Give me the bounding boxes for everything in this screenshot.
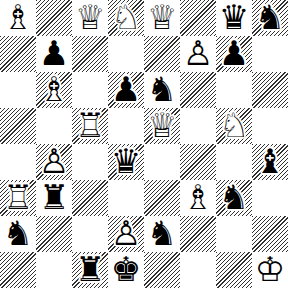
piece-glyph: ♘ [216,107,252,143]
white-knight-icon: ♞♘ [108,0,144,36]
square-f2[interactable] [180,216,216,252]
square-b5[interactable] [36,108,72,144]
piece-glyph: ♖ [72,107,108,143]
black-knight-icon: ♞♞ [144,72,180,108]
square-e1[interactable] [144,252,180,288]
piece-halo: ♛ [72,0,108,35]
piece-halo: ♟ [216,35,252,71]
square-g8[interactable]: ♛♛ [216,0,252,36]
white-pawn-icon: ♟♙ [180,36,216,72]
square-h4[interactable]: ♝♝ [252,144,288,180]
black-bishop-icon: ♝♝ [252,144,288,180]
black-queen-icon: ♛♛ [108,144,144,180]
piece-halo: ♝ [36,71,72,107]
square-a4[interactable] [0,144,36,180]
square-a1[interactable] [0,252,36,288]
piece-halo: ♟ [36,35,72,71]
square-e6[interactable]: ♞♞ [144,72,180,108]
square-h6[interactable] [252,72,288,108]
piece-glyph: ♔ [252,251,288,287]
piece-halo: ♜ [72,107,108,143]
square-a3[interactable]: ♜♖ [0,180,36,216]
piece-halo: ♝ [180,179,216,215]
square-d4[interactable]: ♛♛ [108,144,144,180]
piece-glyph: ♟ [36,35,72,71]
square-d1[interactable]: ♚♚ [108,252,144,288]
piece-halo: ♟ [180,35,216,71]
square-d6[interactable]: ♟♟ [108,72,144,108]
piece-halo: ♝ [252,143,288,179]
square-h8[interactable]: ♞♞ [252,0,288,36]
black-knight-icon: ♞♞ [0,216,36,252]
screenshot-stage: ♝♗♛♕♞♘♛♕♛♛♞♞♟♟♟♙♟♟♝♗♟♟♞♞♜♖♛♕♞♘♟♙♛♛♝♝♜♖♜♜… [0,0,288,288]
piece-halo: ♜ [36,179,72,215]
white-king-icon: ♚♔ [252,252,288,288]
piece-glyph: ♞ [144,215,180,251]
white-bishop-icon: ♝♗ [0,0,36,36]
piece-glyph: ♘ [108,0,144,35]
black-king-icon: ♚♚ [108,252,144,288]
piece-halo: ♟ [108,71,144,107]
square-f7[interactable]: ♟♙ [180,36,216,72]
square-f3[interactable]: ♝♗ [180,180,216,216]
square-f8[interactable] [180,0,216,36]
square-c6[interactable] [72,72,108,108]
piece-glyph: ♙ [108,215,144,251]
square-b7[interactable]: ♟♟ [36,36,72,72]
square-e3[interactable] [144,180,180,216]
piece-halo: ♞ [108,0,144,35]
square-a8[interactable]: ♝♗ [0,0,36,36]
piece-glyph: ♕ [72,0,108,35]
square-g3[interactable]: ♞♞ [216,180,252,216]
white-pawn-icon: ♟♙ [36,144,72,180]
square-d2[interactable]: ♟♙ [108,216,144,252]
square-e5[interactable]: ♛♕ [144,108,180,144]
piece-halo: ♝ [0,0,36,35]
square-g4[interactable] [216,144,252,180]
piece-glyph: ♟ [216,35,252,71]
piece-glyph: ♖ [0,179,36,215]
square-g2[interactable] [216,216,252,252]
piece-glyph: ♟ [108,71,144,107]
piece-glyph: ♕ [144,0,180,35]
square-h1[interactable]: ♚♔ [252,252,288,288]
white-rook-icon: ♜♖ [0,180,36,216]
square-f5[interactable] [180,108,216,144]
black-pawn-icon: ♟♟ [216,36,252,72]
piece-halo: ♛ [144,0,180,35]
piece-glyph: ♞ [252,0,288,35]
black-pawn-icon: ♟♟ [36,36,72,72]
black-rook-icon: ♜♜ [72,252,108,288]
square-c2[interactable] [72,216,108,252]
piece-glyph: ♚ [108,251,144,287]
white-queen-icon: ♛♕ [144,108,180,144]
square-d5[interactable] [108,108,144,144]
piece-glyph: ♜ [72,251,108,287]
square-c5[interactable]: ♜♖ [72,108,108,144]
white-queen-icon: ♛♕ [72,0,108,36]
square-d8[interactable]: ♞♘ [108,0,144,36]
black-knight-icon: ♞♞ [216,180,252,216]
piece-glyph: ♗ [180,179,216,215]
piece-glyph: ♜ [36,179,72,215]
square-f1[interactable] [180,252,216,288]
black-pawn-icon: ♟♟ [108,72,144,108]
white-rook-icon: ♜♖ [72,108,108,144]
square-e2[interactable]: ♞♞ [144,216,180,252]
square-c7[interactable] [72,36,108,72]
square-h2[interactable] [252,216,288,252]
piece-halo: ♚ [108,251,144,287]
square-b6[interactable]: ♝♗ [36,72,72,108]
white-queen-icon: ♛♕ [144,0,180,36]
piece-glyph: ♗ [0,0,36,35]
piece-glyph: ♙ [36,143,72,179]
square-g7[interactable]: ♟♟ [216,36,252,72]
piece-glyph: ♞ [144,71,180,107]
piece-halo: ♟ [36,143,72,179]
white-bishop-icon: ♝♗ [36,72,72,108]
square-e4[interactable] [144,144,180,180]
piece-glyph: ♗ [36,71,72,107]
square-g5[interactable]: ♞♘ [216,108,252,144]
piece-halo: ♜ [72,251,108,287]
square-d3[interactable] [108,180,144,216]
square-f6[interactable] [180,72,216,108]
piece-glyph: ♕ [144,107,180,143]
square-b1[interactable] [36,252,72,288]
chess-board: ♝♗♛♕♞♘♛♕♛♛♞♞♟♟♟♙♟♟♝♗♟♟♞♞♜♖♛♕♞♘♟♙♛♛♝♝♜♖♜♜… [0,0,288,288]
black-knight-icon: ♞♞ [252,0,288,36]
white-knight-icon: ♞♘ [216,108,252,144]
white-bishop-icon: ♝♗ [180,180,216,216]
piece-glyph: ♛ [216,0,252,35]
square-e8[interactable]: ♛♕ [144,0,180,36]
black-queen-icon: ♛♛ [216,0,252,36]
square-d7[interactable] [108,36,144,72]
square-b2[interactable] [36,216,72,252]
square-c4[interactable] [72,144,108,180]
piece-glyph: ♛ [108,143,144,179]
black-knight-icon: ♞♞ [144,216,180,252]
piece-glyph: ♞ [216,179,252,215]
piece-halo: ♛ [108,143,144,179]
square-c8[interactable]: ♛♕ [72,0,108,36]
piece-halo: ♞ [144,215,180,251]
square-e7[interactable] [144,36,180,72]
square-a6[interactable] [0,72,36,108]
piece-halo: ♛ [144,107,180,143]
square-c3[interactable] [72,180,108,216]
piece-halo: ♞ [252,0,288,35]
square-h3[interactable] [252,180,288,216]
square-a2[interactable]: ♞♞ [0,216,36,252]
square-c1[interactable]: ♜♜ [72,252,108,288]
piece-halo: ♜ [0,179,36,215]
square-a5[interactable] [0,108,36,144]
square-b8[interactable] [36,0,72,36]
square-g6[interactable] [216,72,252,108]
square-a7[interactable] [0,36,36,72]
piece-glyph: ♙ [180,35,216,71]
piece-halo: ♞ [216,107,252,143]
black-rook-icon: ♜♜ [36,180,72,216]
square-h7[interactable] [252,36,288,72]
piece-halo: ♟ [108,215,144,251]
square-f4[interactable] [180,144,216,180]
piece-glyph: ♞ [0,215,36,251]
piece-glyph: ♝ [252,143,288,179]
white-pawn-icon: ♟♙ [108,216,144,252]
square-h5[interactable] [252,108,288,144]
piece-halo: ♞ [0,215,36,251]
piece-halo: ♞ [216,179,252,215]
square-b4[interactable]: ♟♙ [36,144,72,180]
square-g1[interactable] [216,252,252,288]
piece-halo: ♚ [252,251,288,287]
piece-halo: ♛ [216,0,252,35]
piece-halo: ♞ [144,71,180,107]
square-b3[interactable]: ♜♜ [36,180,72,216]
